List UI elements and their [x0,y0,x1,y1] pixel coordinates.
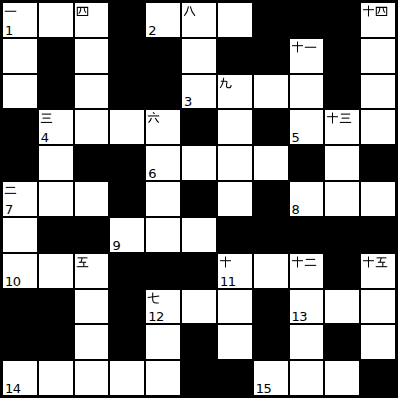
white-cell[interactable] [361,325,395,359]
hanzi-glyph [219,76,232,90]
white-cell[interactable] [254,254,288,288]
hanzi-glyph [304,255,317,269]
black-cell [39,325,73,359]
white-cell[interactable] [75,254,109,288]
across-clue-number: 11 [220,275,236,288]
white-cell[interactable] [75,290,109,324]
hanzi-glyph [4,183,17,197]
white-cell[interactable] [218,3,252,37]
across-clue-number: 9 [112,239,120,252]
black-cell [182,110,216,144]
black-cell [325,325,359,359]
down-clue-number [291,255,317,269]
white-cell[interactable] [361,254,395,288]
white-cell[interactable]: 7 [3,182,37,216]
black-cell [254,39,288,73]
down-clue-number [326,111,352,125]
down-clue-number [76,255,89,269]
down-clue-number [362,255,388,269]
across-clue-number: 1 [5,24,13,37]
black-cell [182,254,216,288]
down-clue-number [219,255,232,269]
white-cell[interactable] [75,325,109,359]
black-cell [218,39,252,73]
black-cell [182,182,216,216]
black-cell [3,290,37,324]
white-cell[interactable]: 13 [290,290,324,324]
white-cell[interactable] [146,218,180,252]
black-cell [110,290,144,324]
black-cell [182,361,216,395]
black-cell [146,254,180,288]
across-clue-number: 15 [256,382,272,395]
black-cell [254,182,288,216]
white-cell[interactable] [254,146,288,180]
white-cell[interactable] [182,146,216,180]
white-cell[interactable]: 14 [3,361,37,395]
white-cell[interactable] [254,75,288,109]
across-clue-number: 14 [5,382,21,395]
down-clue-number [147,111,160,125]
white-cell[interactable] [361,290,395,324]
black-cell [110,39,144,73]
white-cell[interactable] [3,218,37,252]
hanzi-glyph [219,255,232,269]
white-cell[interactable] [39,254,73,288]
white-cell[interactable] [39,182,73,216]
black-cell [110,254,144,288]
white-cell[interactable] [290,75,324,109]
black-cell [254,218,288,252]
white-cell[interactable] [290,254,324,288]
across-clue-number: 8 [292,203,300,216]
white-cell[interactable]: 1 [3,3,37,37]
black-cell [39,39,73,73]
white-cell[interactable] [75,75,109,109]
across-clue-number: 10 [5,275,21,288]
white-cell[interactable]: 11 [218,254,252,288]
white-cell[interactable] [110,361,144,395]
down-clue-number [291,40,317,54]
black-cell [75,146,109,180]
white-cell[interactable]: 3 [182,75,216,109]
white-cell[interactable] [39,146,73,180]
white-cell[interactable] [146,182,180,216]
across-clue-number: 13 [292,310,308,323]
black-cell [110,325,144,359]
down-clue-number [362,4,388,18]
down-clue-number [147,291,160,305]
black-cell [39,218,73,252]
black-cell [110,182,144,216]
black-cell [3,146,37,180]
white-cell[interactable] [218,110,252,144]
hanzi-glyph [326,111,339,125]
white-cell[interactable] [325,182,359,216]
white-cell[interactable] [218,146,252,180]
down-clue-number [4,4,17,18]
hanzi-glyph [76,255,89,269]
hanzi-glyph [183,4,196,18]
black-cell [254,110,288,144]
white-cell[interactable] [110,110,144,144]
white-cell[interactable]: 9 [110,218,144,252]
hanzi-glyph [375,255,388,269]
white-cell[interactable] [3,75,37,109]
white-cell[interactable] [75,3,109,37]
black-cell [146,39,180,73]
hanzi-glyph [339,111,352,125]
white-cell[interactable]: 6 [146,146,180,180]
page-background: 123456789101112131415 [0,0,400,400]
crossword-grid: 123456789101112131415 [0,0,398,398]
black-cell [325,39,359,73]
white-cell[interactable]: 2 [146,3,180,37]
white-cell[interactable] [3,39,37,73]
black-cell [361,361,395,395]
hanzi-glyph [362,4,375,18]
hanzi-glyph [147,111,160,125]
white-cell[interactable] [361,3,395,37]
down-clue-number [40,111,53,125]
white-cell[interactable] [290,361,324,395]
hanzi-glyph [76,4,89,18]
across-clue-number: 12 [148,310,164,323]
white-cell[interactable] [218,182,252,216]
black-cell [325,3,359,37]
white-cell[interactable] [75,39,109,73]
black-cell [361,146,395,180]
down-clue-number [76,4,89,18]
black-cell [361,218,395,252]
black-cell [254,325,288,359]
across-clue-number: 7 [5,203,13,216]
white-cell[interactable] [218,75,252,109]
black-cell [39,75,73,109]
white-cell[interactable] [182,290,216,324]
hanzi-glyph [147,291,160,305]
across-clue-number: 3 [184,95,192,108]
white-cell[interactable]: 10 [3,254,37,288]
hanzi-glyph [375,4,388,18]
black-cell [3,325,37,359]
down-clue-number [219,76,232,90]
across-clue-number: 6 [148,167,156,180]
white-cell[interactable]: 15 [254,361,288,395]
white-cell[interactable] [146,325,180,359]
hanzi-glyph [291,40,304,54]
white-cell[interactable] [290,325,324,359]
black-cell [146,75,180,109]
black-cell [39,290,73,324]
white-cell[interactable]: 4 [39,110,73,144]
white-cell[interactable] [290,39,324,73]
white-cell[interactable] [361,182,395,216]
black-cell [218,218,252,252]
white-cell[interactable] [146,361,180,395]
white-cell[interactable] [361,75,395,109]
white-cell[interactable] [325,290,359,324]
white-cell[interactable] [39,3,73,37]
black-cell [110,146,144,180]
black-cell [110,75,144,109]
down-clue-number [183,4,196,18]
hanzi-glyph [362,255,375,269]
black-cell [325,254,359,288]
black-cell [254,290,288,324]
black-cell [3,110,37,144]
hanzi-glyph [304,40,317,54]
black-cell [254,3,288,37]
black-cell [290,3,324,37]
across-clue-number: 2 [148,24,156,37]
white-cell[interactable] [182,218,216,252]
across-clue-number: 4 [41,131,49,144]
white-cell[interactable] [325,110,359,144]
white-cell[interactable] [75,361,109,395]
white-cell[interactable] [218,290,252,324]
black-cell [290,146,324,180]
black-cell [182,325,216,359]
black-cell [110,3,144,37]
across-clue-number: 5 [292,131,300,144]
white-cell[interactable]: 12 [146,290,180,324]
white-cell[interactable] [146,110,180,144]
black-cell [325,218,359,252]
black-cell [325,75,359,109]
white-cell[interactable] [361,39,395,73]
down-clue-number [4,183,17,197]
white-cell[interactable]: 8 [290,182,324,216]
white-cell[interactable] [75,182,109,216]
black-cell [290,218,324,252]
white-cell[interactable] [39,361,73,395]
white-cell[interactable] [182,3,216,37]
white-cell[interactable] [361,110,395,144]
white-cell[interactable]: 5 [290,110,324,144]
white-cell[interactable] [182,39,216,73]
black-cell [75,218,109,252]
white-cell[interactable] [325,361,359,395]
hanzi-glyph [291,255,304,269]
white-cell[interactable] [75,110,109,144]
hanzi-glyph [40,111,53,125]
hanzi-glyph [4,4,17,18]
white-cell[interactable] [325,146,359,180]
white-cell[interactable] [218,325,252,359]
black-cell [218,361,252,395]
